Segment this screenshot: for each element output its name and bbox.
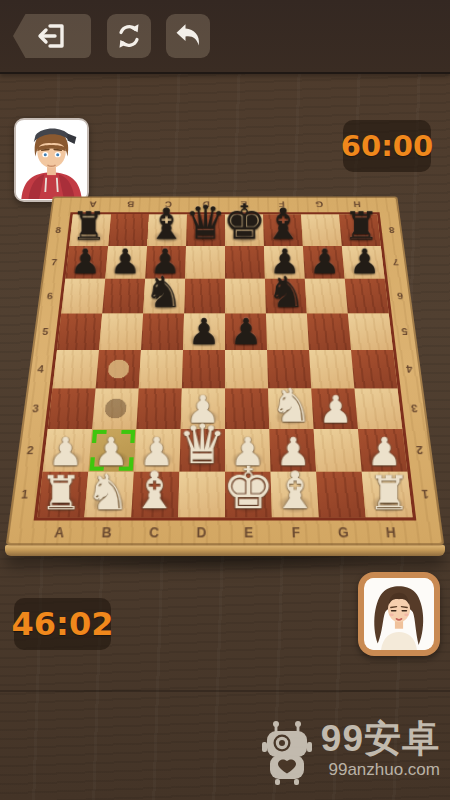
coordinate-label: 6 — [389, 279, 411, 314]
undo-arrow-icon — [173, 21, 203, 51]
square-d2[interactable]: ♛ — [179, 429, 225, 472]
square-c5[interactable] — [141, 314, 184, 350]
square-b7[interactable]: ♟ — [105, 246, 147, 279]
square-f5[interactable] — [266, 314, 309, 350]
restart-button[interactable] — [107, 14, 151, 58]
coordinate-label: 6 — [39, 279, 61, 314]
square-a3[interactable] — [48, 388, 96, 429]
chess-board: ABCDEFGH ABCDEFGH 87654321 87654321 ♜♝♛♚… — [6, 196, 445, 545]
top-plank — [0, 0, 450, 74]
player-timer-value: 46:02 — [12, 605, 114, 643]
white-rook-a1[interactable]: ♜ — [40, 472, 82, 517]
square-a5[interactable] — [57, 314, 102, 350]
black-pawn-d5[interactable]: ♟ — [188, 315, 220, 349]
watermark-text: 99安卓 99anzhuo.com — [321, 720, 440, 780]
square-e7[interactable] — [225, 246, 265, 279]
square-c6[interactable]: ♞ — [143, 279, 185, 314]
black-knight-c6[interactable]: ♞ — [144, 272, 182, 313]
square-e8[interactable]: ♚ — [225, 214, 264, 245]
opponent-timer: 60:00 — [343, 120, 431, 172]
square-a6[interactable] — [61, 279, 105, 314]
board-side-edge — [5, 545, 445, 556]
black-king-e8[interactable]: ♚ — [223, 199, 266, 245]
coordinate-label: G — [319, 523, 368, 543]
black-pawn-b7[interactable]: ♟ — [110, 246, 141, 278]
square-c3[interactable] — [136, 388, 182, 429]
black-pawn-h7[interactable]: ♟ — [349, 246, 380, 278]
square-g6[interactable] — [305, 279, 348, 314]
coordinate-label: E — [225, 523, 273, 543]
square-g1[interactable] — [316, 472, 366, 517]
square-f3[interactable]: ♞ — [268, 388, 314, 429]
square-b4[interactable] — [96, 350, 141, 388]
move-hint-dot[interactable] — [106, 358, 132, 380]
black-pawn-a7[interactable]: ♟ — [70, 246, 101, 278]
white-bishop-f1[interactable]: ♝ — [272, 467, 318, 516]
square-e6[interactable] — [225, 279, 266, 314]
square-b5[interactable] — [99, 314, 143, 350]
coordinate-label: 7 — [43, 246, 64, 279]
coordinate-label: 4 — [29, 350, 52, 388]
white-queen-d2[interactable]: ♛ — [178, 419, 227, 471]
white-bishop-c1[interactable]: ♝ — [132, 467, 178, 516]
square-e1[interactable]: ♚ — [225, 472, 272, 517]
coordinate-label: 7 — [385, 246, 406, 279]
black-rook-a8[interactable]: ♜ — [71, 208, 106, 245]
square-h7[interactable]: ♟ — [342, 246, 385, 279]
watermark: 99安卓 99anzhuo.com — [261, 720, 440, 786]
square-h4[interactable] — [351, 350, 398, 388]
square-c4[interactable] — [139, 350, 183, 388]
plank-seam — [0, 690, 450, 692]
coordinate-label: 8 — [48, 214, 68, 245]
board-grid: ♜♝♛♚♝♜♟♟♟♟♟♟♞♞♟♟♟♞♟♟♟♟♛♟♟♟♜♞♝♚♝♜ — [37, 214, 412, 517]
white-king-e1[interactable]: ♚ — [222, 461, 274, 516]
square-f1[interactable]: ♝ — [271, 472, 319, 517]
square-b1[interactable]: ♞ — [84, 472, 134, 517]
coordinate-label: G — [300, 198, 339, 211]
coordinate-label: C — [130, 523, 178, 543]
square-c1[interactable]: ♝ — [131, 472, 179, 517]
square-b6[interactable] — [102, 279, 145, 314]
watermark-url: 99anzhuo.com — [321, 760, 440, 780]
square-g4[interactable] — [309, 350, 354, 388]
square-h3[interactable] — [354, 388, 402, 429]
white-rook-h1[interactable]: ♜ — [368, 472, 410, 517]
move-hint-dot[interactable] — [102, 397, 129, 420]
square-f6[interactable]: ♞ — [265, 279, 307, 314]
square-d4[interactable] — [182, 350, 225, 388]
white-knight-b1[interactable]: ♞ — [86, 469, 130, 516]
player-timer: 46:02 — [14, 598, 111, 650]
black-bishop-c8[interactable]: ♝ — [147, 205, 185, 245]
square-a4[interactable] — [52, 350, 99, 388]
coordinate-label: B — [82, 523, 131, 543]
robot-mascot-icon — [261, 720, 313, 786]
boy-red-hoodie-avatar-image — [16, 120, 87, 200]
watermark-title: 99安卓 — [321, 720, 440, 759]
coordinate-label: F — [272, 523, 320, 543]
coordinate-label: A — [34, 523, 83, 543]
woman-brown-hair-avatar-image — [364, 578, 434, 650]
square-d7[interactable] — [185, 246, 225, 279]
black-knight-f6[interactable]: ♞ — [267, 272, 305, 313]
square-d1[interactable] — [178, 472, 225, 517]
undo-button[interactable] — [166, 14, 210, 58]
exit-button[interactable] — [13, 14, 91, 58]
coordinate-label: H — [366, 523, 415, 543]
black-bishop-f8[interactable]: ♝ — [264, 205, 302, 245]
coordinate-label: 5 — [34, 314, 56, 350]
square-e5[interactable]: ♟ — [225, 314, 267, 350]
file-labels-bottom: ABCDEFGH — [34, 523, 415, 543]
opponent-timer-value: 60:00 — [341, 129, 433, 163]
square-h5[interactable] — [348, 314, 393, 350]
coordinate-label: B — [111, 198, 150, 211]
coordinate-label: 3 — [403, 388, 427, 429]
board-playing-area: ♜♝♛♚♝♜♟♟♟♟♟♟♞♞♟♟♟♞♟♟♟♟♛♟♟♟♜♞♝♚♝♜ — [34, 212, 417, 520]
square-a7[interactable]: ♟ — [65, 246, 108, 279]
coordinate-label: 4 — [398, 350, 421, 388]
black-pawn-e5[interactable]: ♟ — [230, 315, 262, 349]
square-a1[interactable]: ♜ — [37, 472, 88, 517]
coordinate-label: 2 — [408, 429, 433, 472]
black-rook-h8[interactable]: ♜ — [344, 208, 379, 245]
black-queen-d8[interactable]: ♛ — [185, 201, 227, 245]
square-g2[interactable] — [314, 429, 362, 472]
square-e4[interactable] — [225, 350, 268, 388]
square-b3[interactable] — [92, 388, 139, 429]
coordinate-label: 8 — [382, 214, 402, 245]
opponent-avatar — [14, 118, 89, 202]
player-avatar — [358, 572, 440, 656]
square-g3[interactable]: ♟ — [311, 388, 358, 429]
square-d8[interactable]: ♛ — [186, 214, 225, 245]
square-d5[interactable]: ♟ — [183, 314, 225, 350]
square-h1[interactable]: ♜ — [362, 472, 413, 517]
coordinate-label: 2 — [18, 429, 43, 472]
coordinate-label: 1 — [413, 472, 439, 517]
exit-door-arrow-icon — [35, 21, 69, 51]
toolbar — [13, 14, 225, 58]
white-pawn-g3[interactable]: ♟ — [319, 392, 353, 428]
square-d6[interactable] — [184, 279, 225, 314]
square-h6[interactable] — [345, 279, 389, 314]
square-g5[interactable] — [307, 314, 351, 350]
refresh-sync-icon — [114, 21, 144, 51]
black-pawn-g7[interactable]: ♟ — [309, 246, 340, 278]
square-e3[interactable] — [225, 388, 269, 429]
square-g7[interactable]: ♟ — [303, 246, 345, 279]
coordinate-label: 5 — [394, 314, 416, 350]
coordinate-label: 1 — [12, 472, 38, 517]
white-knight-f3[interactable]: ♞ — [271, 384, 313, 428]
coordinate-label: 3 — [23, 388, 47, 429]
coordinate-label: D — [177, 523, 225, 543]
